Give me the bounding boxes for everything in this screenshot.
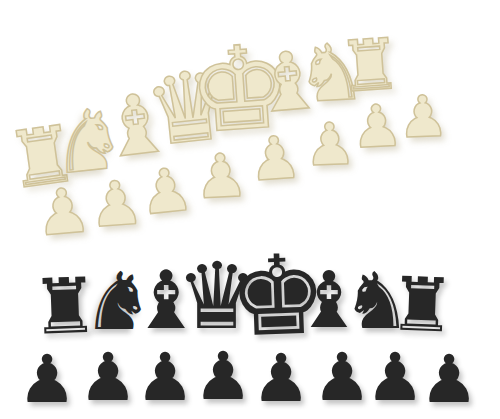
black-pawn-3: ♟: [135, 345, 194, 411]
chess-pieces-photo: ♜♞♝♛♚♝♞♜♟♟♟♟♟♟♟♟ ♜♞♝♛♚♝♞♜♟♟♟♟♟♟♟♟: [0, 0, 500, 419]
black-pawn-8: ♟: [419, 347, 478, 413]
black-pawn-2: ♟: [78, 345, 137, 411]
black-pawn-7: ♟: [365, 345, 424, 411]
black-pawn-4: ♟: [193, 344, 252, 410]
black-pawn-5: ♟: [251, 346, 310, 412]
black-rook-right: ♜: [388, 266, 457, 342]
black-pawn-6: ♟: [312, 345, 371, 411]
black-pawn-1: ♟: [17, 347, 76, 413]
black-pieces-group: ♜♞♝♛♚♝♞♜♟♟♟♟♟♟♟♟: [0, 0, 500, 419]
